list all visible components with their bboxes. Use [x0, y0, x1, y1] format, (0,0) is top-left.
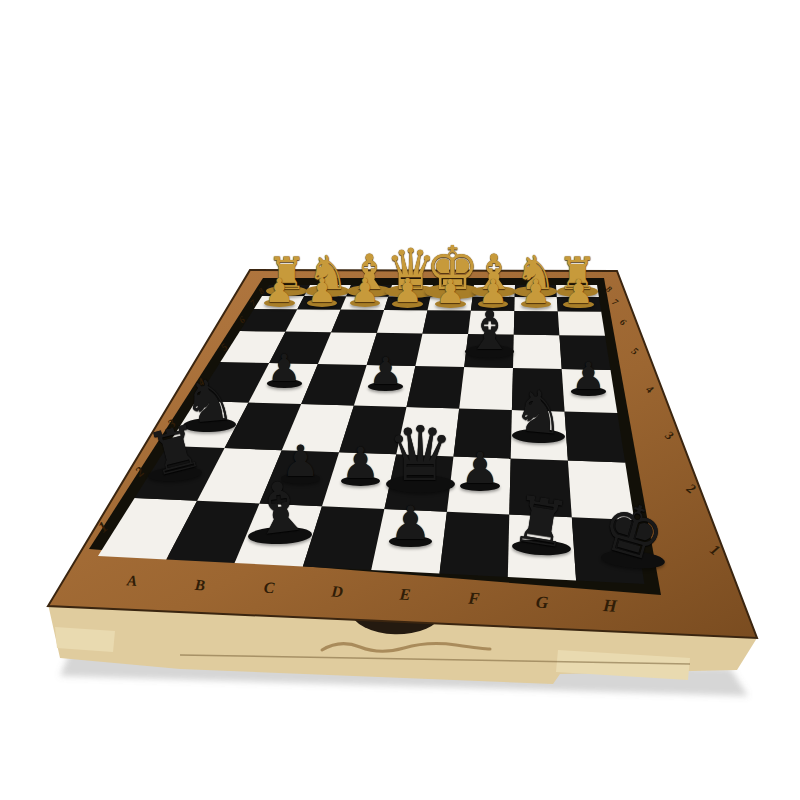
square-e6[interactable] — [423, 310, 471, 334]
black-pawn-d4[interactable]: ♟ — [369, 353, 403, 391]
black-pawn-e1[interactable]: ♟ — [390, 500, 431, 546]
file-label-g: G — [535, 592, 549, 613]
square-d6[interactable] — [377, 310, 428, 334]
black-pawn-f2[interactable]: ♟ — [461, 447, 500, 490]
square-g5[interactable] — [513, 335, 562, 369]
black-bishop-c1[interactable]: ♝ — [245, 470, 315, 547]
white-pawn-e7[interactable]: ♟ — [436, 274, 466, 307]
square-e4[interactable] — [407, 366, 465, 409]
file-label-f: F — [467, 589, 480, 610]
black-bishop-f5[interactable]: ♝ — [466, 304, 514, 357]
square-f1[interactable] — [440, 512, 510, 577]
white-pawn-g7[interactable]: ♟ — [521, 275, 551, 308]
white-pawn-d7[interactable]: ♟ — [393, 274, 423, 307]
box-base-tab-left — [55, 627, 115, 652]
square-f4[interactable] — [459, 367, 513, 410]
file-label-e: E — [399, 585, 411, 606]
white-pawn-b7[interactable]: ♟ — [307, 274, 337, 307]
white-pawn-a7[interactable]: ♟ — [265, 274, 295, 307]
chessboard — [0, 0, 800, 800]
square-g6[interactable] — [514, 311, 560, 335]
file-label-b: B — [195, 575, 206, 594]
white-pawn-h7[interactable]: ♟ — [564, 275, 594, 308]
square-h6[interactable] — [558, 311, 605, 336]
black-knight-g3[interactable]: ♞ — [510, 382, 567, 444]
file-label-h: H — [603, 595, 618, 617]
black-pawn-b4[interactable]: ♟ — [267, 350, 301, 388]
file-label-d: D — [330, 582, 343, 601]
white-pawn-c7[interactable]: ♟ — [350, 274, 380, 307]
file-label-c: C — [263, 579, 275, 598]
black-pawn-h4[interactable]: ♟ — [572, 358, 606, 396]
black-pawn-d2[interactable]: ♟ — [341, 443, 380, 486]
chess-product-photo: ABCDEFGH1234567812345678 ♜♞♝♛♚♝♞♜♟♟♟♟♟♟♟… — [0, 0, 800, 800]
square-e5[interactable] — [415, 333, 468, 367]
black-queen-e2[interactable]: ♛ — [387, 417, 455, 492]
black-rook-g1[interactable]: ♜ — [508, 487, 574, 559]
file-label-a: A — [126, 572, 137, 590]
square-h3[interactable] — [565, 412, 626, 463]
